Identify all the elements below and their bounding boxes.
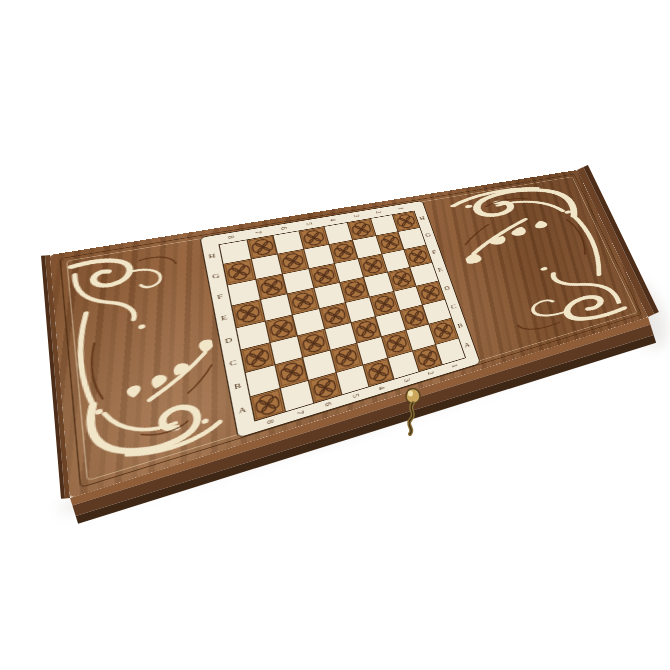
scrollwork-icon <box>64 240 230 479</box>
case-lid: 87654321 87654321 HGFEDCBA HGFEDCBA <box>50 170 648 498</box>
product-photo: 87654321 87654321 HGFEDCBA HGFEDCBA <box>0 0 670 670</box>
left-ornament <box>64 240 230 479</box>
brass-latch-icon <box>400 387 426 437</box>
